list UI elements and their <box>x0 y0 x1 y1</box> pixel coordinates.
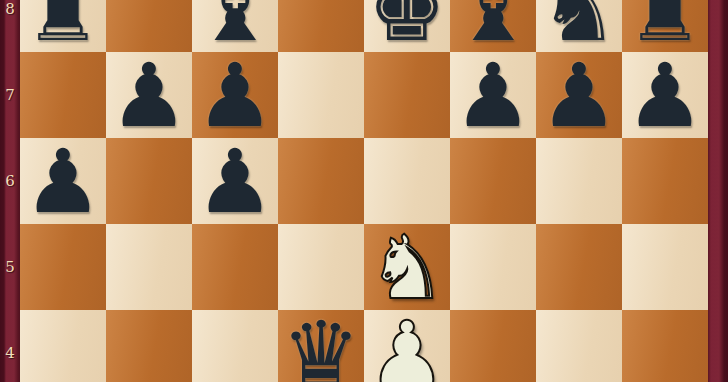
square-d4[interactable]: ♛ <box>278 310 364 382</box>
square-d8[interactable] <box>278 0 364 52</box>
chess-diagram: ♜♝♚♝♞♜♟♟♟♟♟♟♟♞♛♟ 87654 <box>0 0 728 382</box>
board-grid: ♜♝♚♝♞♜♟♟♟♟♟♟♟♞♛♟ <box>20 0 708 382</box>
square-b7[interactable]: ♟ <box>106 52 192 138</box>
black-pawn-piece: ♟ <box>626 52 705 140</box>
square-d5[interactable] <box>278 224 364 310</box>
black-pawn-piece: ♟ <box>196 138 275 226</box>
rank-label-8: 8 <box>0 0 20 52</box>
square-a6[interactable]: ♟ <box>20 138 106 224</box>
square-d7[interactable] <box>278 52 364 138</box>
rank-label-6: 6 <box>0 138 20 224</box>
square-c7[interactable]: ♟ <box>192 52 278 138</box>
board-frame-right <box>708 0 728 382</box>
black-queen-piece: ♛ <box>282 310 361 382</box>
square-c6[interactable]: ♟ <box>192 138 278 224</box>
black-pawn-piece: ♟ <box>110 52 189 140</box>
black-pawn-piece: ♟ <box>454 52 533 140</box>
square-a5[interactable] <box>20 224 106 310</box>
rank-label-5: 5 <box>0 224 20 310</box>
square-e6[interactable] <box>364 138 450 224</box>
white-pawn-piece: ♟ <box>368 310 447 382</box>
square-e5[interactable]: ♞ <box>364 224 450 310</box>
square-f5[interactable] <box>450 224 536 310</box>
square-e8[interactable]: ♚ <box>364 0 450 52</box>
square-e7[interactable] <box>364 52 450 138</box>
square-f7[interactable]: ♟ <box>450 52 536 138</box>
square-d6[interactable] <box>278 138 364 224</box>
square-g4[interactable] <box>536 310 622 382</box>
square-f4[interactable] <box>450 310 536 382</box>
square-b4[interactable] <box>106 310 192 382</box>
square-h7[interactable]: ♟ <box>622 52 708 138</box>
square-a4[interactable] <box>20 310 106 382</box>
square-g5[interactable] <box>536 224 622 310</box>
rank-label-7: 7 <box>0 52 20 138</box>
rank-label-4: 4 <box>0 310 20 382</box>
square-b5[interactable] <box>106 224 192 310</box>
square-h4[interactable] <box>622 310 708 382</box>
black-king-piece: ♚ <box>368 0 447 54</box>
white-knight-piece: ♞ <box>368 224 447 312</box>
black-pawn-piece: ♟ <box>24 138 103 226</box>
square-g6[interactable] <box>536 138 622 224</box>
square-g7[interactable]: ♟ <box>536 52 622 138</box>
square-c5[interactable] <box>192 224 278 310</box>
black-rook-piece: ♜ <box>24 0 103 54</box>
square-h5[interactable] <box>622 224 708 310</box>
black-pawn-piece: ♟ <box>196 52 275 140</box>
square-f6[interactable] <box>450 138 536 224</box>
square-e4[interactable]: ♟ <box>364 310 450 382</box>
black-pawn-piece: ♟ <box>540 52 619 140</box>
square-b6[interactable] <box>106 138 192 224</box>
square-a8[interactable]: ♜ <box>20 0 106 52</box>
square-a7[interactable] <box>20 52 106 138</box>
square-c4[interactable] <box>192 310 278 382</box>
square-h6[interactable] <box>622 138 708 224</box>
